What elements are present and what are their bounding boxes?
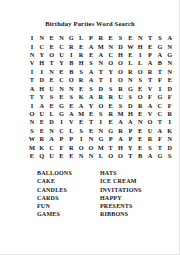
grid-cell: S (135, 76, 145, 84)
grid-cell: A (96, 51, 106, 59)
grid-cell: L (135, 59, 145, 67)
grid-cell: T (106, 144, 116, 152)
grid-cell: P (86, 34, 96, 42)
grid-cell: N (106, 42, 116, 50)
grid-cell: U (37, 110, 47, 118)
grid-cell: E (66, 102, 76, 110)
grid-cell: T (155, 118, 165, 126)
grid-cell: C (47, 144, 57, 152)
grid-cell: D (37, 76, 47, 84)
grid-cell: A (165, 34, 175, 42)
grid-cell: L (76, 34, 86, 42)
grid-cell: C (155, 110, 165, 118)
grid-cell: P (66, 135, 76, 143)
grid-cell: C (37, 42, 47, 50)
grid-cell: T (96, 68, 106, 76)
grid-cell: O (116, 152, 126, 160)
grid-cell: E (125, 34, 135, 42)
grid-cell: I (106, 76, 116, 84)
grid-cell: I (66, 51, 76, 59)
grid-cell: P (145, 51, 155, 59)
grid-cell: D (125, 102, 135, 110)
grid-cell: E (135, 135, 145, 143)
grid-cell: T (155, 68, 165, 76)
grid-cell: U (57, 51, 67, 59)
grid-cell: E (145, 42, 155, 50)
grid-cell: S (125, 93, 135, 101)
grid-cell: L (125, 59, 135, 67)
grid-cell: E (125, 51, 135, 59)
grid-cell: N (165, 135, 175, 143)
grid-cell: E (135, 127, 145, 135)
grid-cell: N (47, 68, 57, 76)
grid-cell: T (125, 152, 135, 160)
grid-cell: I (37, 68, 47, 76)
word-list-item: RIBBONS (100, 210, 142, 218)
grid-cell: T (96, 76, 106, 84)
grid-cell: G (57, 110, 67, 118)
grid-cell: W (125, 42, 135, 50)
grid-cell: V (66, 118, 76, 126)
grid-cell: H (76, 59, 86, 67)
grid-cell: N (66, 85, 76, 93)
grid-cell: U (47, 152, 57, 160)
word-list-item: HAPPY (100, 194, 142, 202)
grid-cell: W (27, 135, 37, 143)
grid-cell: C (57, 42, 67, 50)
grid-cell: L (96, 152, 106, 160)
grid-cell: O (27, 110, 37, 118)
grid-cell: Y (86, 102, 96, 110)
grid-cell: E (76, 85, 86, 93)
grid-cell: G (125, 85, 135, 93)
grid-cell: M (76, 110, 86, 118)
grid-cell: N (27, 118, 37, 126)
grid-cell: F (165, 93, 175, 101)
grid-cell: A (116, 118, 126, 126)
grid-cell: E (106, 34, 116, 42)
word-list-item: CARDS (37, 194, 72, 202)
grid-cell: A (125, 118, 135, 126)
grid-cell: T (86, 118, 96, 126)
grid-cell: D (165, 144, 175, 152)
grid-cell: V (145, 110, 155, 118)
grid-cell: V (27, 59, 37, 67)
grid-cell: R (106, 93, 116, 101)
grid-cell: A (66, 110, 76, 118)
grid-cell: P (125, 127, 135, 135)
grid-cell: R (66, 144, 76, 152)
grid-cell: I (27, 42, 37, 50)
grid-cell: L (66, 127, 76, 135)
grid-cell: E (37, 127, 47, 135)
grid-cell: A (47, 135, 57, 143)
word-search-grid: INENGLPRESENTSAICECREAMNDWHEGNNYOUIREACH… (27, 34, 175, 161)
grid-cell: T (145, 34, 155, 42)
grid-cell: E (37, 118, 47, 126)
grid-cell: F (165, 102, 175, 110)
grid-cell: A (155, 127, 165, 135)
grid-cell: G (155, 42, 165, 50)
grid-cell: C (57, 76, 67, 84)
grid-cell: C (57, 127, 67, 135)
grid-cell: H (135, 42, 145, 50)
grid-cell: N (57, 34, 67, 42)
grid-cell: O (106, 152, 116, 160)
grid-cell: R (37, 135, 47, 143)
grid-cell: N (47, 127, 57, 135)
grid-cell: T (27, 93, 37, 101)
grid-cell: I (155, 85, 165, 93)
grid-cell: C (155, 102, 165, 110)
grid-cell: T (155, 144, 165, 152)
grid-cell: G (155, 152, 165, 160)
grid-cell: O (135, 93, 145, 101)
grid-cell: E (135, 110, 145, 118)
grid-cell: D (165, 85, 175, 93)
grid-cell: B (66, 68, 76, 76)
word-list-item: CAKE (37, 177, 72, 185)
grid-cell: E (57, 93, 67, 101)
grid-cell: O (145, 118, 155, 126)
grid-cell: T (27, 76, 37, 84)
grid-cell: E (135, 144, 145, 152)
grid-cell: E (86, 110, 96, 118)
grid-cell: V (145, 85, 155, 93)
grid-cell: O (106, 59, 116, 67)
grid-cell: I (27, 68, 37, 76)
grid-cell: B (135, 152, 145, 160)
word-list-left-column: BALLOONSCAKECANDLESCARDSFUNGAMES (37, 169, 72, 219)
worksheet-page: Birthday Parties Word Search INENGLPRESE… (0, 0, 180, 255)
grid-cell: H (116, 144, 126, 152)
grid-cell: E (135, 85, 145, 93)
grid-cell: R (96, 34, 106, 42)
grid-cell: O (116, 76, 126, 84)
grid-cell: E (47, 76, 57, 84)
grid-cell: E (57, 68, 67, 76)
grid-cell: P (125, 135, 135, 143)
grid-cell: I (135, 51, 145, 59)
grid-cell: U (116, 93, 126, 101)
grid-cell: N (76, 152, 86, 160)
grid-cell: A (86, 93, 96, 101)
grid-cell: M (96, 42, 106, 50)
grid-cell: O (86, 144, 96, 152)
grid-cell: Y (37, 51, 47, 59)
grid-cell: E (86, 51, 96, 59)
grid-cell: E (106, 118, 116, 126)
grid-cell: B (66, 59, 76, 67)
grid-cell: G (165, 51, 175, 59)
grid-cell: R (145, 68, 155, 76)
grid-cell: K (37, 144, 47, 152)
grid-cell: N (165, 59, 175, 67)
grid-cell: S (27, 127, 37, 135)
grid-cell: E (47, 42, 57, 50)
grid-cell: H (116, 51, 126, 59)
grid-cell: K (76, 93, 86, 101)
grid-cell: D (96, 85, 106, 93)
grid-cell: U (47, 85, 57, 93)
grid-cell: E (76, 118, 86, 126)
grid-cell: A (86, 68, 96, 76)
grid-cell: M (27, 144, 37, 152)
grid-cell: G (106, 127, 116, 135)
word-list-item: FUN (37, 202, 72, 210)
grid-cell: R (76, 51, 86, 59)
grid-cell: S (165, 152, 175, 160)
grid-cell: I (96, 118, 106, 126)
grid-cell: S (47, 93, 57, 101)
grid-cell: I (165, 118, 175, 126)
grid-cell: D (47, 118, 57, 126)
grid-cell: G (66, 34, 76, 42)
grid-cell: M (96, 144, 106, 152)
grid-cell: B (155, 59, 165, 67)
grid-cell: H (125, 110, 135, 118)
grid-cell: R (116, 85, 126, 93)
word-list-right-column: HATSICE CREAMINVITATIONSHAPPYPRESENTSRIB… (100, 169, 142, 219)
grid-cell: E (47, 34, 57, 42)
grid-cell: R (116, 127, 126, 135)
grid-cell: A (86, 42, 96, 50)
grid-cell: Q (37, 152, 47, 160)
grid-cell: F (57, 144, 67, 152)
grid-cell: S (116, 102, 126, 110)
grid-cell: H (37, 85, 47, 93)
grid-cell: N (27, 51, 37, 59)
word-list-item: INVITATIONS (100, 186, 142, 194)
word-list-item: GAMES (37, 210, 72, 218)
grid-cell: N (135, 34, 145, 42)
grid-cell: P (106, 135, 116, 143)
grid-cell: F (145, 93, 155, 101)
grid-cell: H (37, 59, 47, 67)
grid-cell: R (106, 110, 116, 118)
word-list-item: CANDLES (37, 186, 72, 194)
grid-cell: I (27, 34, 37, 42)
grid-cell: S (76, 127, 86, 135)
grid-cell: O (76, 144, 86, 152)
grid-cell: A (145, 59, 155, 67)
grid-cell: R (66, 42, 76, 50)
grid-cell: Y (125, 144, 135, 152)
grid-cell: T (145, 76, 155, 84)
grid-cell: A (145, 152, 155, 160)
grid-cell: O (116, 68, 126, 76)
grid-cell: N (37, 34, 47, 42)
grid-cell: R (125, 68, 135, 76)
grid-cell: N (96, 59, 106, 67)
word-list-item: BALLOONS (37, 169, 72, 177)
grid-cell: A (116, 135, 126, 143)
grid-cell: K (165, 127, 175, 135)
grid-cell: S (86, 59, 96, 67)
word-list-item: HATS (100, 169, 142, 177)
grid-cell: S (116, 34, 126, 42)
grid-cell: G (155, 93, 165, 101)
grid-cell: D (116, 42, 126, 50)
grid-cell: E (76, 42, 86, 50)
grid-cell: C (106, 51, 116, 59)
grid-cell: N (96, 127, 106, 135)
grid-cell: E (165, 76, 175, 84)
grid-cell: A (76, 102, 86, 110)
grid-cell: S (66, 93, 76, 101)
grid-cell: S (106, 85, 116, 93)
grid-cell: O (66, 76, 76, 84)
grid-cell: N (86, 135, 96, 143)
grid-cell: L (47, 110, 57, 118)
grid-cell: S (76, 68, 86, 76)
grid-cell: E (57, 152, 67, 160)
grid-cell: U (145, 127, 155, 135)
grid-cell: N (165, 42, 175, 50)
grid-cell: S (155, 34, 165, 42)
grid-cell: O (135, 68, 145, 76)
grid-cell: A (37, 102, 47, 110)
grid-cell: I (27, 102, 37, 110)
grid-cell: R (165, 110, 175, 118)
grid-cell: I (57, 118, 67, 126)
grid-cell: R (145, 135, 155, 143)
grid-cell: N (135, 118, 145, 126)
grid-cell: A (145, 102, 155, 110)
grid-cell: E (106, 102, 116, 110)
grid-cell: O (47, 51, 57, 59)
grid-cell: O (116, 59, 126, 67)
grid-cell: N (165, 68, 175, 76)
grid-cell: R (76, 76, 86, 84)
grid-cell: G (96, 135, 106, 143)
grid-cell: N (57, 85, 67, 93)
grid-cell: E (47, 102, 57, 110)
grid-cell: Y (37, 93, 47, 101)
puzzle-title: Birthday Parties Word Search (0, 20, 180, 27)
grid-cell: E (86, 127, 96, 135)
grid-cell: S (145, 144, 155, 152)
grid-cell: E (27, 152, 37, 160)
grid-cell: S (96, 110, 106, 118)
grid-cell: A (86, 76, 96, 84)
grid-cell: P (57, 135, 67, 143)
grid-cell: F (155, 135, 165, 143)
grid-cell: G (57, 102, 67, 110)
word-list-item: ICE CREAM (100, 177, 142, 185)
grid-cell: S (86, 85, 96, 93)
grid-cell: R (96, 93, 106, 101)
grid-cell: N (86, 152, 96, 160)
grid-cell: Y (57, 59, 67, 67)
grid-cell: M (116, 110, 126, 118)
grid-cell: F (155, 76, 165, 84)
grid-cell: T (47, 59, 57, 67)
word-list-item: PRESENTS (100, 202, 142, 210)
grid-cell: Y (106, 68, 116, 76)
grid-cell: E (66, 152, 76, 160)
grid-cell: A (27, 85, 37, 93)
grid-cell: R (135, 102, 145, 110)
grid-cell: N (125, 76, 135, 84)
grid-cell: O (96, 102, 106, 110)
grid-cell: I (76, 135, 86, 143)
grid-cell: A (155, 51, 165, 59)
